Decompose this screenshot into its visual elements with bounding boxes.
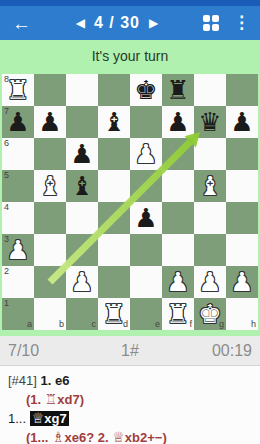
square-e8[interactable]: ♚ xyxy=(130,74,162,106)
puzzle-navigation: ◀ 4 / 30 ▶ xyxy=(31,14,203,32)
move-main[interactable]: 1. e6 xyxy=(41,373,70,388)
square-d7[interactable]: ♝ xyxy=(98,106,130,138)
square-h5[interactable] xyxy=(226,170,258,202)
square-b6[interactable] xyxy=(34,138,66,170)
score-indicator: 7/10 xyxy=(8,342,89,360)
current-move-text: xg7 xyxy=(44,411,66,426)
black-pawn-e4: ♟ xyxy=(130,202,162,234)
file-label-b: b xyxy=(59,320,64,329)
square-g8[interactable] xyxy=(194,74,226,106)
square-b4[interactable] xyxy=(34,202,66,234)
rank-label-8: 8 xyxy=(4,75,9,84)
rank-label-6: 6 xyxy=(4,139,9,148)
move-line-3: 1... ♕xg7 xyxy=(8,409,252,428)
square-e1[interactable]: e xyxy=(130,298,162,330)
previous-puzzle-icon[interactable]: ◀ xyxy=(76,17,85,29)
square-h3[interactable] xyxy=(226,234,258,266)
file-label-c: c xyxy=(92,320,97,329)
square-g4[interactable] xyxy=(194,202,226,234)
square-c4[interactable] xyxy=(66,202,98,234)
square-c5[interactable]: ♝ xyxy=(66,170,98,202)
square-e5[interactable] xyxy=(130,170,162,202)
black-pawn-f7: ♟ xyxy=(162,106,194,138)
square-g6[interactable] xyxy=(194,138,226,170)
square-g1[interactable]: g♚ xyxy=(194,298,226,330)
square-d6[interactable] xyxy=(98,138,130,170)
square-h8[interactable] xyxy=(226,74,258,106)
variation-rest-2: xb2+−) xyxy=(125,430,167,444)
puzzle-number: [#41] xyxy=(8,373,41,388)
square-f3[interactable] xyxy=(162,234,194,266)
square-f5[interactable] xyxy=(162,170,194,202)
square-h1[interactable]: h xyxy=(226,298,258,330)
variation-open-2: (1... xyxy=(26,430,52,444)
square-c6[interactable]: ♟ xyxy=(66,138,98,170)
move-line-2[interactable]: (1. ♖xd7) xyxy=(8,390,252,409)
square-a1[interactable]: 1a xyxy=(2,298,34,330)
white-pawn-f2: ♟ xyxy=(162,266,194,298)
square-f8[interactable]: ♜ xyxy=(162,74,194,106)
move-line-1: [#41] 1. e6 xyxy=(8,372,252,390)
square-b8[interactable] xyxy=(34,74,66,106)
square-g2[interactable]: ♟ xyxy=(194,266,226,298)
square-h6[interactable] xyxy=(226,138,258,170)
square-a8[interactable]: 8♜ xyxy=(2,74,34,106)
square-d1[interactable]: d♜ xyxy=(98,298,130,330)
file-label-g: g xyxy=(219,320,224,329)
white-bishop-g5: ♝ xyxy=(194,170,226,202)
square-a4[interactable]: 4 xyxy=(2,202,34,234)
current-move-highlight[interactable]: ♕xg7 xyxy=(30,411,69,426)
square-a2[interactable]: 2 xyxy=(2,266,34,298)
square-d8[interactable] xyxy=(98,74,130,106)
chess-board: 8♜♚♜7♟♟♝♟♛♟6♟♟5♝♝♝4♟3♟2♟♟♟♟1abcd♜ef♜g♚h xyxy=(2,74,258,330)
square-c2[interactable]: ♟ xyxy=(66,266,98,298)
square-a6[interactable]: 6 xyxy=(2,138,34,170)
variation-open: (1. xyxy=(26,392,45,407)
black-pawn-h7: ♟ xyxy=(226,106,258,138)
white-pawn-e6: ♟ xyxy=(130,138,162,170)
app-screen: ← ◀ 4 / 30 ▶ ⋮ It's your turn 8♜♚♜7♟♟♝♟♛… xyxy=(0,0,260,444)
square-h7[interactable]: ♟ xyxy=(226,106,258,138)
square-e6[interactable]: ♟ xyxy=(130,138,162,170)
status-bar: 7/10 1# 00:19 xyxy=(0,336,260,366)
square-f4[interactable] xyxy=(162,202,194,234)
rank-label-3: 3 xyxy=(4,235,9,244)
square-b7[interactable]: ♟ xyxy=(34,106,66,138)
white-pawn-c2: ♟ xyxy=(66,266,98,298)
bishop-figurine: ♗ xyxy=(52,429,65,444)
top-toolbar: ← ◀ 4 / 30 ▶ ⋮ xyxy=(0,0,260,40)
white-pawn-h2: ♟ xyxy=(226,266,258,298)
square-e7[interactable] xyxy=(130,106,162,138)
grid-menu-icon[interactable] xyxy=(203,15,219,31)
white-pawn-g2: ♟ xyxy=(194,266,226,298)
square-h2[interactable]: ♟ xyxy=(226,266,258,298)
puzzle-counter: 4 / 30 xyxy=(94,14,140,32)
next-puzzle-icon[interactable]: ▶ xyxy=(149,17,158,29)
square-a7[interactable]: 7♟ xyxy=(2,106,34,138)
file-label-d: d xyxy=(123,320,128,329)
square-c1[interactable]: c xyxy=(66,298,98,330)
turn-banner-text: It's your turn xyxy=(92,48,169,64)
rook-figurine: ♖ xyxy=(45,391,58,407)
queen-figurine-2: ♕ xyxy=(112,429,125,444)
square-a3[interactable]: 3♟ xyxy=(2,234,34,266)
file-label-a: a xyxy=(27,320,32,329)
file-label-e: e xyxy=(155,320,160,329)
square-g7[interactable]: ♛ xyxy=(194,106,226,138)
white-bishop-b5: ♝ xyxy=(34,170,66,202)
moves-panel: [#41] 1. e6 (1. ♖xd7) 1... ♕xg7 (1... ♗x… xyxy=(0,366,260,444)
file-label-f: f xyxy=(189,320,192,329)
square-b3[interactable] xyxy=(34,234,66,266)
square-f7[interactable]: ♟ xyxy=(162,106,194,138)
rank-label-4: 4 xyxy=(4,203,9,212)
square-b2[interactable] xyxy=(34,266,66,298)
board-area: 8♜♚♜7♟♟♝♟♛♟6♟♟5♝♝♝4♟3♟2♟♟♟♟1abcd♜ef♜g♚h xyxy=(0,72,260,336)
black-bishop-c5: ♝ xyxy=(66,170,98,202)
square-f2[interactable]: ♟ xyxy=(162,266,194,298)
square-d5[interactable] xyxy=(98,170,130,202)
toolbar-actions: ⋮ xyxy=(203,15,250,31)
square-a5[interactable]: 5 xyxy=(2,170,34,202)
black-pawn-c6: ♟ xyxy=(66,138,98,170)
square-f1[interactable]: f♜ xyxy=(162,298,194,330)
black-king-e8: ♚ xyxy=(130,74,162,106)
square-d4[interactable] xyxy=(98,202,130,234)
square-b5[interactable]: ♝ xyxy=(34,170,66,202)
rank-label-2: 2 xyxy=(4,267,9,276)
square-c8[interactable] xyxy=(66,74,98,106)
black-rook-f8: ♜ xyxy=(162,74,194,106)
back-arrow-icon[interactable]: ← xyxy=(12,14,31,33)
black-pawn-b7: ♟ xyxy=(34,106,66,138)
square-f6[interactable] xyxy=(162,138,194,170)
black-queen-g7: ♛ xyxy=(194,106,226,138)
square-g3[interactable] xyxy=(194,234,226,266)
square-c3[interactable] xyxy=(66,234,98,266)
move-number: 1... xyxy=(8,411,30,426)
square-e2[interactable] xyxy=(130,266,162,298)
queen-figurine: ♕ xyxy=(32,410,45,426)
square-c7[interactable] xyxy=(66,106,98,138)
file-label-h: h xyxy=(251,320,256,329)
rank-label-5: 5 xyxy=(4,171,9,180)
square-b1[interactable]: b xyxy=(34,298,66,330)
rank-label-1: 1 xyxy=(4,299,9,308)
variation-rest: xd7) xyxy=(57,392,84,407)
black-bishop-d7: ♝ xyxy=(98,106,130,138)
square-h4[interactable] xyxy=(226,202,258,234)
turn-banner: It's your turn xyxy=(0,40,260,72)
timer: 00:19 xyxy=(171,342,252,360)
move-line-4[interactable]: (1... ♗xe6? 2. ♕xb2+−) xyxy=(8,428,252,444)
rank-label-7: 7 xyxy=(4,107,9,116)
square-d3[interactable] xyxy=(98,234,130,266)
task-type: 1# xyxy=(89,342,170,360)
square-d2[interactable] xyxy=(98,266,130,298)
variation-mid: xe6? 2. xyxy=(65,430,113,444)
square-e4[interactable]: ♟ xyxy=(130,202,162,234)
square-g5[interactable]: ♝ xyxy=(194,170,226,202)
overflow-menu-icon[interactable]: ⋮ xyxy=(233,14,250,31)
square-e3[interactable] xyxy=(130,234,162,266)
